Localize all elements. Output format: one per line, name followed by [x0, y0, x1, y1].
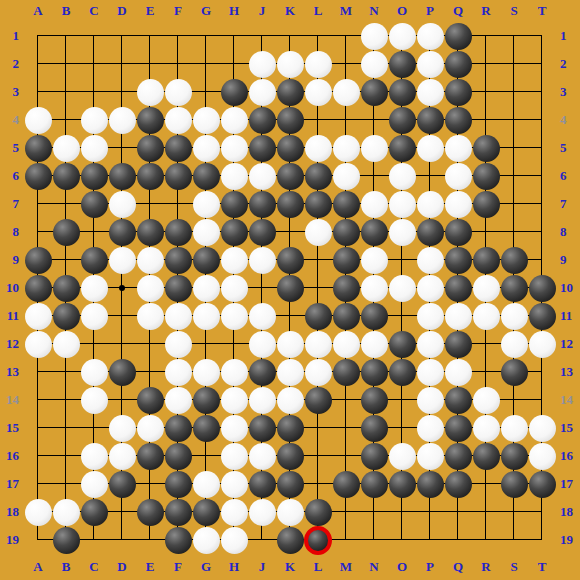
intersection-M15[interactable]	[332, 414, 360, 442]
intersection-D12[interactable]	[108, 330, 136, 358]
intersection-L7[interactable]	[304, 190, 332, 218]
intersection-F11[interactable]	[164, 302, 192, 330]
intersection-K8[interactable]	[276, 218, 304, 246]
intersection-B16[interactable]	[52, 442, 80, 470]
intersection-M12[interactable]	[332, 330, 360, 358]
intersection-B15[interactable]	[52, 414, 80, 442]
intersection-M7[interactable]	[332, 190, 360, 218]
intersection-G16[interactable]	[192, 442, 220, 470]
intersection-K4[interactable]	[276, 106, 304, 134]
intersection-F5[interactable]	[164, 134, 192, 162]
intersection-H6[interactable]	[220, 162, 248, 190]
intersection-M19[interactable]	[332, 526, 360, 554]
intersection-A7[interactable]	[24, 190, 52, 218]
intersection-T3[interactable]	[528, 78, 556, 106]
intersection-M2[interactable]	[332, 50, 360, 78]
intersection-F10[interactable]	[164, 274, 192, 302]
intersection-M9[interactable]	[332, 246, 360, 274]
intersection-B5[interactable]	[52, 134, 80, 162]
intersection-G12[interactable]	[192, 330, 220, 358]
intersection-E19[interactable]	[136, 526, 164, 554]
intersection-F19[interactable]	[164, 526, 192, 554]
intersection-P10[interactable]	[416, 274, 444, 302]
intersection-F17[interactable]	[164, 470, 192, 498]
intersection-T10[interactable]	[528, 274, 556, 302]
intersection-J16[interactable]	[248, 442, 276, 470]
intersection-T7[interactable]	[528, 190, 556, 218]
intersection-K17[interactable]	[276, 470, 304, 498]
intersection-N4[interactable]	[360, 106, 388, 134]
intersection-R18[interactable]	[472, 498, 500, 526]
intersection-Q18[interactable]	[444, 498, 472, 526]
intersection-B10[interactable]	[52, 274, 80, 302]
intersection-Q5[interactable]	[444, 134, 472, 162]
intersection-A8[interactable]	[24, 218, 52, 246]
intersection-J15[interactable]	[248, 414, 276, 442]
intersection-F7[interactable]	[164, 190, 192, 218]
intersection-D1[interactable]	[108, 22, 136, 50]
intersection-F4[interactable]	[164, 106, 192, 134]
intersection-A19[interactable]	[24, 526, 52, 554]
intersection-H4[interactable]	[220, 106, 248, 134]
intersection-R4[interactable]	[472, 106, 500, 134]
intersection-L8[interactable]	[304, 218, 332, 246]
intersection-P11[interactable]	[416, 302, 444, 330]
intersection-C15[interactable]	[80, 414, 108, 442]
intersection-G7[interactable]	[192, 190, 220, 218]
intersection-C14[interactable]	[80, 386, 108, 414]
intersection-B3[interactable]	[52, 78, 80, 106]
intersection-Q14[interactable]	[444, 386, 472, 414]
intersection-M5[interactable]	[332, 134, 360, 162]
intersection-H5[interactable]	[220, 134, 248, 162]
intersection-L16[interactable]	[304, 442, 332, 470]
intersection-M16[interactable]	[332, 442, 360, 470]
intersection-T1[interactable]	[528, 22, 556, 50]
intersection-L12[interactable]	[304, 330, 332, 358]
intersection-B19[interactable]	[52, 526, 80, 554]
intersection-S15[interactable]	[500, 414, 528, 442]
intersection-E12[interactable]	[136, 330, 164, 358]
intersection-O14[interactable]	[388, 386, 416, 414]
intersection-H13[interactable]	[220, 358, 248, 386]
intersection-A6[interactable]	[24, 162, 52, 190]
intersection-Q2[interactable]	[444, 50, 472, 78]
intersection-T8[interactable]	[528, 218, 556, 246]
intersection-H16[interactable]	[220, 442, 248, 470]
intersection-F12[interactable]	[164, 330, 192, 358]
intersection-D10[interactable]	[108, 274, 136, 302]
intersection-H1[interactable]	[220, 22, 248, 50]
intersection-L18[interactable]	[304, 498, 332, 526]
intersection-E14[interactable]	[136, 386, 164, 414]
intersection-E15[interactable]	[136, 414, 164, 442]
intersection-K16[interactable]	[276, 442, 304, 470]
intersection-G5[interactable]	[192, 134, 220, 162]
intersection-C10[interactable]	[80, 274, 108, 302]
intersection-C9[interactable]	[80, 246, 108, 274]
intersection-G19[interactable]	[192, 526, 220, 554]
intersection-R14[interactable]	[472, 386, 500, 414]
intersection-Q12[interactable]	[444, 330, 472, 358]
intersection-J1[interactable]	[248, 22, 276, 50]
intersection-B1[interactable]	[52, 22, 80, 50]
intersection-L6[interactable]	[304, 162, 332, 190]
intersection-N9[interactable]	[360, 246, 388, 274]
intersection-P9[interactable]	[416, 246, 444, 274]
intersection-E11[interactable]	[136, 302, 164, 330]
intersection-P18[interactable]	[416, 498, 444, 526]
intersection-N11[interactable]	[360, 302, 388, 330]
intersection-Q7[interactable]	[444, 190, 472, 218]
intersection-B12[interactable]	[52, 330, 80, 358]
intersection-O7[interactable]	[388, 190, 416, 218]
intersection-Q3[interactable]	[444, 78, 472, 106]
intersection-N17[interactable]	[360, 470, 388, 498]
intersection-O16[interactable]	[388, 442, 416, 470]
intersection-J13[interactable]	[248, 358, 276, 386]
intersection-G17[interactable]	[192, 470, 220, 498]
intersection-H15[interactable]	[220, 414, 248, 442]
intersection-N14[interactable]	[360, 386, 388, 414]
intersection-E13[interactable]	[136, 358, 164, 386]
intersection-Q1[interactable]	[444, 22, 472, 50]
intersection-J5[interactable]	[248, 134, 276, 162]
intersection-H9[interactable]	[220, 246, 248, 274]
intersection-A1[interactable]	[24, 22, 52, 50]
intersection-D19[interactable]	[108, 526, 136, 554]
intersection-O9[interactable]	[388, 246, 416, 274]
intersection-C6[interactable]	[80, 162, 108, 190]
intersection-L17[interactable]	[304, 470, 332, 498]
intersection-M13[interactable]	[332, 358, 360, 386]
intersection-C18[interactable]	[80, 498, 108, 526]
intersection-L5[interactable]	[304, 134, 332, 162]
intersection-N7[interactable]	[360, 190, 388, 218]
intersection-E4[interactable]	[136, 106, 164, 134]
intersection-R5[interactable]	[472, 134, 500, 162]
intersection-O12[interactable]	[388, 330, 416, 358]
intersection-J7[interactable]	[248, 190, 276, 218]
intersection-C12[interactable]	[80, 330, 108, 358]
intersection-Q19[interactable]	[444, 526, 472, 554]
intersection-M17[interactable]	[332, 470, 360, 498]
intersection-F14[interactable]	[164, 386, 192, 414]
intersection-B4[interactable]	[52, 106, 80, 134]
intersection-T17[interactable]	[528, 470, 556, 498]
intersection-G13[interactable]	[192, 358, 220, 386]
intersection-T12[interactable]	[528, 330, 556, 358]
intersection-L15[interactable]	[304, 414, 332, 442]
intersection-M14[interactable]	[332, 386, 360, 414]
intersection-N10[interactable]	[360, 274, 388, 302]
intersection-K12[interactable]	[276, 330, 304, 358]
intersection-S7[interactable]	[500, 190, 528, 218]
intersection-A3[interactable]	[24, 78, 52, 106]
intersection-B8[interactable]	[52, 218, 80, 246]
intersection-J6[interactable]	[248, 162, 276, 190]
intersection-N18[interactable]	[360, 498, 388, 526]
intersection-H7[interactable]	[220, 190, 248, 218]
intersection-P14[interactable]	[416, 386, 444, 414]
intersection-S2[interactable]	[500, 50, 528, 78]
intersection-J9[interactable]	[248, 246, 276, 274]
intersection-F8[interactable]	[164, 218, 192, 246]
intersection-O13[interactable]	[388, 358, 416, 386]
intersection-M18[interactable]	[332, 498, 360, 526]
intersection-D5[interactable]	[108, 134, 136, 162]
intersection-D16[interactable]	[108, 442, 136, 470]
intersection-F2[interactable]	[164, 50, 192, 78]
intersection-T15[interactable]	[528, 414, 556, 442]
intersection-M10[interactable]	[332, 274, 360, 302]
intersection-F9[interactable]	[164, 246, 192, 274]
intersection-T5[interactable]	[528, 134, 556, 162]
intersection-R12[interactable]	[472, 330, 500, 358]
intersection-J14[interactable]	[248, 386, 276, 414]
intersection-O19[interactable]	[388, 526, 416, 554]
intersection-R7[interactable]	[472, 190, 500, 218]
intersection-A12[interactable]	[24, 330, 52, 358]
intersection-G8[interactable]	[192, 218, 220, 246]
intersection-P19[interactable]	[416, 526, 444, 554]
intersection-G9[interactable]	[192, 246, 220, 274]
intersection-O3[interactable]	[388, 78, 416, 106]
intersection-B14[interactable]	[52, 386, 80, 414]
intersection-H14[interactable]	[220, 386, 248, 414]
intersection-T9[interactable]	[528, 246, 556, 274]
intersection-Q16[interactable]	[444, 442, 472, 470]
intersection-Q9[interactable]	[444, 246, 472, 274]
intersection-D15[interactable]	[108, 414, 136, 442]
intersection-Q11[interactable]	[444, 302, 472, 330]
intersection-T11[interactable]	[528, 302, 556, 330]
intersection-J8[interactable]	[248, 218, 276, 246]
intersection-L11[interactable]	[304, 302, 332, 330]
intersection-E6[interactable]	[136, 162, 164, 190]
intersection-Q13[interactable]	[444, 358, 472, 386]
intersection-R9[interactable]	[472, 246, 500, 274]
intersection-D14[interactable]	[108, 386, 136, 414]
intersection-Q6[interactable]	[444, 162, 472, 190]
intersection-S17[interactable]	[500, 470, 528, 498]
intersection-B2[interactable]	[52, 50, 80, 78]
intersection-H12[interactable]	[220, 330, 248, 358]
intersection-N8[interactable]	[360, 218, 388, 246]
intersection-L13[interactable]	[304, 358, 332, 386]
intersection-G6[interactable]	[192, 162, 220, 190]
intersection-A13[interactable]	[24, 358, 52, 386]
intersection-H2[interactable]	[220, 50, 248, 78]
intersection-K10[interactable]	[276, 274, 304, 302]
intersection-T13[interactable]	[528, 358, 556, 386]
intersection-E16[interactable]	[136, 442, 164, 470]
intersection-O4[interactable]	[388, 106, 416, 134]
intersection-E2[interactable]	[136, 50, 164, 78]
intersection-G1[interactable]	[192, 22, 220, 50]
intersection-M4[interactable]	[332, 106, 360, 134]
intersection-P13[interactable]	[416, 358, 444, 386]
intersection-E10[interactable]	[136, 274, 164, 302]
intersection-F15[interactable]	[164, 414, 192, 442]
intersection-H19[interactable]	[220, 526, 248, 554]
intersection-A16[interactable]	[24, 442, 52, 470]
intersection-N5[interactable]	[360, 134, 388, 162]
intersection-H10[interactable]	[220, 274, 248, 302]
intersection-P16[interactable]	[416, 442, 444, 470]
intersection-N1[interactable]	[360, 22, 388, 50]
intersection-J12[interactable]	[248, 330, 276, 358]
intersection-O18[interactable]	[388, 498, 416, 526]
intersection-F18[interactable]	[164, 498, 192, 526]
intersection-N6[interactable]	[360, 162, 388, 190]
intersection-J11[interactable]	[248, 302, 276, 330]
intersection-O17[interactable]	[388, 470, 416, 498]
intersection-G4[interactable]	[192, 106, 220, 134]
intersection-D6[interactable]	[108, 162, 136, 190]
intersection-T4[interactable]	[528, 106, 556, 134]
intersection-L9[interactable]	[304, 246, 332, 274]
intersection-B9[interactable]	[52, 246, 80, 274]
intersection-E5[interactable]	[136, 134, 164, 162]
intersection-H11[interactable]	[220, 302, 248, 330]
intersection-D18[interactable]	[108, 498, 136, 526]
intersection-K3[interactable]	[276, 78, 304, 106]
intersection-C7[interactable]	[80, 190, 108, 218]
intersection-E3[interactable]	[136, 78, 164, 106]
intersection-L1[interactable]	[304, 22, 332, 50]
intersection-S10[interactable]	[500, 274, 528, 302]
intersection-J10[interactable]	[248, 274, 276, 302]
intersection-O1[interactable]	[388, 22, 416, 50]
intersection-G14[interactable]	[192, 386, 220, 414]
intersection-S19[interactable]	[500, 526, 528, 554]
intersection-A14[interactable]	[24, 386, 52, 414]
intersection-R3[interactable]	[472, 78, 500, 106]
intersection-O6[interactable]	[388, 162, 416, 190]
intersection-D4[interactable]	[108, 106, 136, 134]
intersection-R19[interactable]	[472, 526, 500, 554]
intersection-E18[interactable]	[136, 498, 164, 526]
intersection-B18[interactable]	[52, 498, 80, 526]
intersection-L2[interactable]	[304, 50, 332, 78]
intersection-J19[interactable]	[248, 526, 276, 554]
intersection-C2[interactable]	[80, 50, 108, 78]
intersection-O10[interactable]	[388, 274, 416, 302]
intersection-A9[interactable]	[24, 246, 52, 274]
intersection-T16[interactable]	[528, 442, 556, 470]
intersection-Q8[interactable]	[444, 218, 472, 246]
intersection-G2[interactable]	[192, 50, 220, 78]
intersection-Q10[interactable]	[444, 274, 472, 302]
intersection-A5[interactable]	[24, 134, 52, 162]
intersection-K1[interactable]	[276, 22, 304, 50]
intersection-R16[interactable]	[472, 442, 500, 470]
intersection-C17[interactable]	[80, 470, 108, 498]
intersection-S14[interactable]	[500, 386, 528, 414]
intersection-P7[interactable]	[416, 190, 444, 218]
intersection-Q4[interactable]	[444, 106, 472, 134]
intersection-T14[interactable]	[528, 386, 556, 414]
intersection-K13[interactable]	[276, 358, 304, 386]
intersection-R8[interactable]	[472, 218, 500, 246]
intersection-A10[interactable]	[24, 274, 52, 302]
intersection-P8[interactable]	[416, 218, 444, 246]
intersection-K15[interactable]	[276, 414, 304, 442]
intersection-R10[interactable]	[472, 274, 500, 302]
intersection-C5[interactable]	[80, 134, 108, 162]
intersection-M8[interactable]	[332, 218, 360, 246]
intersection-H8[interactable]	[220, 218, 248, 246]
intersection-Q15[interactable]	[444, 414, 472, 442]
intersection-D2[interactable]	[108, 50, 136, 78]
intersection-L14[interactable]	[304, 386, 332, 414]
intersection-S13[interactable]	[500, 358, 528, 386]
intersection-C8[interactable]	[80, 218, 108, 246]
intersection-M1[interactable]	[332, 22, 360, 50]
intersection-C1[interactable]	[80, 22, 108, 50]
intersection-D8[interactable]	[108, 218, 136, 246]
intersection-A4[interactable]	[24, 106, 52, 134]
intersection-C4[interactable]	[80, 106, 108, 134]
intersection-M11[interactable]	[332, 302, 360, 330]
intersection-F16[interactable]	[164, 442, 192, 470]
intersection-N13[interactable]	[360, 358, 388, 386]
intersection-G11[interactable]	[192, 302, 220, 330]
intersection-E9[interactable]	[136, 246, 164, 274]
intersection-S18[interactable]	[500, 498, 528, 526]
intersection-O11[interactable]	[388, 302, 416, 330]
intersection-T6[interactable]	[528, 162, 556, 190]
intersection-N19[interactable]	[360, 526, 388, 554]
intersection-A15[interactable]	[24, 414, 52, 442]
intersection-K6[interactable]	[276, 162, 304, 190]
intersection-L19[interactable]	[304, 526, 332, 554]
intersection-T2[interactable]	[528, 50, 556, 78]
intersection-E1[interactable]	[136, 22, 164, 50]
intersection-Q17[interactable]	[444, 470, 472, 498]
intersection-P12[interactable]	[416, 330, 444, 358]
intersection-D9[interactable]	[108, 246, 136, 274]
intersection-A11[interactable]	[24, 302, 52, 330]
intersection-D7[interactable]	[108, 190, 136, 218]
intersection-C11[interactable]	[80, 302, 108, 330]
intersection-S3[interactable]	[500, 78, 528, 106]
intersection-S4[interactable]	[500, 106, 528, 134]
intersection-F6[interactable]	[164, 162, 192, 190]
intersection-J2[interactable]	[248, 50, 276, 78]
intersection-N2[interactable]	[360, 50, 388, 78]
intersection-K5[interactable]	[276, 134, 304, 162]
intersection-P6[interactable]	[416, 162, 444, 190]
intersection-F1[interactable]	[164, 22, 192, 50]
intersection-C3[interactable]	[80, 78, 108, 106]
intersection-P1[interactable]	[416, 22, 444, 50]
intersection-D17[interactable]	[108, 470, 136, 498]
intersection-C13[interactable]	[80, 358, 108, 386]
intersection-L10[interactable]	[304, 274, 332, 302]
intersection-F13[interactable]	[164, 358, 192, 386]
intersection-T18[interactable]	[528, 498, 556, 526]
intersection-H3[interactable]	[220, 78, 248, 106]
intersection-K18[interactable]	[276, 498, 304, 526]
intersection-C19[interactable]	[80, 526, 108, 554]
intersection-J17[interactable]	[248, 470, 276, 498]
intersection-A17[interactable]	[24, 470, 52, 498]
intersection-G10[interactable]	[192, 274, 220, 302]
intersection-S5[interactable]	[500, 134, 528, 162]
intersection-R2[interactable]	[472, 50, 500, 78]
